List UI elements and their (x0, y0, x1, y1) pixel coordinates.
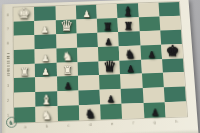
square-r1c8[interactable] (158, 2, 180, 16)
square-r2c1[interactable] (14, 21, 35, 36)
piece-wN[interactable]: ♞ (36, 109, 58, 121)
square-r6c3[interactable]: ♟ (57, 76, 79, 91)
piece-bP[interactable]: ♟ (120, 65, 141, 74)
square-r1c7[interactable] (138, 3, 159, 17)
square-r2c6[interactable]: ♜ (118, 17, 140, 32)
square-r7c7[interactable] (142, 88, 164, 103)
piece-wP[interactable]: ♟ (76, 10, 97, 19)
file-label-e: e (111, 121, 114, 126)
piece-wB[interactable]: ♝ (36, 93, 58, 106)
rank-label-2: 2 (7, 98, 10, 103)
square-r5c4[interactable] (77, 61, 99, 76)
square-r6c5[interactable] (99, 75, 121, 90)
square-r3c7[interactable] (139, 30, 161, 45)
square-r6c4[interactable] (78, 75, 100, 90)
square-r7c4[interactable] (78, 90, 100, 106)
square-r5c7[interactable] (141, 59, 163, 74)
piece-wK[interactable]: ♚ (14, 6, 35, 21)
square-r3c1[interactable] (14, 35, 35, 50)
square-r5c8[interactable] (162, 58, 184, 73)
square-r8c5[interactable] (100, 104, 122, 120)
square-r1c6[interactable]: ♝ (117, 3, 138, 18)
square-r8c1[interactable] (14, 107, 36, 123)
square-r3c2[interactable] (35, 34, 56, 49)
square-r5c1[interactable]: ♜ (14, 63, 35, 78)
piece-wP[interactable]: ♟ (35, 26, 56, 35)
square-r2c5[interactable]: ♜ (97, 18, 118, 33)
file-label-b: b (46, 123, 49, 128)
square-r2c2[interactable]: ♟ (34, 20, 55, 35)
square-r1c5[interactable] (96, 4, 117, 19)
square-r5c5[interactable]: ♛ (98, 60, 120, 75)
square-r8c8[interactable] (165, 102, 187, 118)
piece-wR[interactable]: ♜ (56, 65, 77, 76)
piece-wP[interactable]: ♟ (35, 54, 56, 63)
square-r3c5[interactable]: ♟ (97, 32, 119, 47)
square-r1c2[interactable] (34, 6, 55, 21)
rank-label-7: 7 (7, 26, 10, 31)
board-grid: ♚♟♝♟♛♜♜♟♟♞♞♟♚♜♟♜♛♟♟♝♟♞♞♟ (14, 2, 187, 123)
square-r3c3[interactable] (56, 33, 77, 48)
chess-board: ♚♟♝♟♛♜♜♟♟♞♞♟♚♜♟♜♛♟♟♝♟♞♞♟ abcdefgh 876543… (2, 0, 199, 133)
file-label-a: a (24, 124, 27, 129)
piece-wN[interactable]: ♞ (56, 50, 77, 62)
piece-wR[interactable]: ♜ (14, 67, 35, 78)
piece-bK[interactable]: ♚ (162, 43, 183, 58)
square-r2c8[interactable] (159, 16, 181, 31)
square-r4c2[interactable]: ♟ (35, 48, 56, 63)
piece-bP[interactable]: ♟ (98, 37, 119, 46)
square-r8c3[interactable] (57, 105, 79, 121)
square-r2c7[interactable] (138, 16, 160, 31)
square-r6c1[interactable] (14, 78, 35, 93)
square-r4c7[interactable]: ♟ (140, 44, 162, 59)
rank-label-3: 3 (7, 83, 10, 88)
square-r4c1[interactable] (14, 49, 35, 64)
piece-bP[interactable]: ♟ (141, 50, 162, 59)
square-r2c4[interactable] (76, 19, 97, 34)
square-r8c6[interactable] (122, 103, 144, 119)
square-r7c8[interactable] (164, 87, 186, 102)
piece-bR[interactable]: ♜ (118, 21, 139, 32)
square-r6c2[interactable] (35, 77, 57, 92)
square-r7c5[interactable]: ♟ (100, 89, 122, 105)
square-r7c3[interactable] (57, 91, 79, 107)
square-r5c2[interactable]: ♟ (35, 62, 56, 77)
piece-bN[interactable]: ♞ (120, 48, 141, 60)
square-r3c4[interactable] (77, 33, 98, 48)
file-label-h: h (175, 119, 178, 124)
square-r5c3[interactable]: ♜ (56, 62, 78, 77)
square-r4c8[interactable]: ♚ (161, 44, 183, 59)
square-r4c6[interactable]: ♞ (119, 45, 141, 60)
rank-label-6: 6 (7, 40, 10, 45)
square-r7c2[interactable]: ♝ (35, 91, 57, 107)
square-r8c2[interactable]: ♞ (36, 106, 58, 122)
square-r7c6[interactable] (121, 88, 143, 103)
piece-bB[interactable]: ♝ (118, 5, 139, 18)
file-label-f: f (133, 120, 135, 125)
file-label-g: g (153, 120, 156, 125)
piece-bP[interactable]: ♟ (57, 82, 78, 91)
piece-bQ[interactable]: ♛ (99, 60, 120, 75)
square-r6c7[interactable] (141, 73, 163, 88)
square-r6c8[interactable] (163, 72, 185, 87)
rank-label-8: 8 (7, 12, 10, 17)
photo-background: ♚♟♝♟♛♜♜♟♟♞♞♟♚♜♟♜♛♟♟♝♟♞♞♟ abcdefgh 876543… (0, 0, 200, 133)
square-r4c4[interactable] (77, 47, 99, 62)
piece-bR[interactable]: ♜ (97, 21, 118, 32)
file-label-d: d (89, 122, 92, 127)
piece-bN[interactable]: ♞ (79, 108, 101, 120)
square-r8c4[interactable]: ♞ (79, 105, 101, 121)
square-r8c7[interactable]: ♟ (143, 102, 165, 118)
square-r7c1[interactable] (14, 92, 36, 108)
square-r4c3[interactable]: ♞ (56, 47, 77, 62)
square-r2c3[interactable]: ♛ (55, 19, 76, 34)
piece-wP[interactable]: ♟ (35, 68, 56, 77)
square-r5c6[interactable]: ♟ (120, 59, 142, 74)
square-r1c1[interactable]: ♚ (14, 7, 35, 22)
piece-bP[interactable]: ♟ (144, 108, 166, 117)
square-r3c6[interactable] (118, 31, 140, 46)
piece-bP[interactable]: ♟ (100, 95, 121, 104)
piece-wQ[interactable]: ♛ (56, 19, 77, 34)
square-r6c6[interactable] (120, 74, 142, 89)
file-label-c: c (67, 123, 69, 128)
square-r1c4[interactable]: ♟ (76, 5, 97, 20)
